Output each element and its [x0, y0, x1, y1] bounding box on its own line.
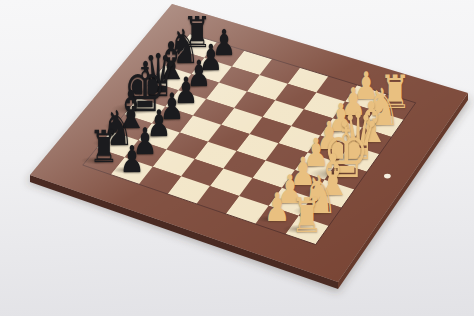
piece-black-pawn[interactable]: ♟: [119, 140, 144, 177]
chess-set-photo: ♜♞♝♛♚♝♞♜♟♟♟♟♟♟♟♟♟♟♟♟♟♟♟♟♜♞♝♛♚♝♞♜: [0, 0, 474, 316]
piece-black-rook[interactable]: ♜: [89, 125, 119, 169]
piece-white-rook[interactable]: ♜: [291, 191, 323, 239]
piece-white-pawn[interactable]: ♟: [264, 188, 291, 228]
pieces-layer: ♜♞♝♛♚♝♞♜♟♟♟♟♟♟♟♟♟♟♟♟♟♟♟♟♜♞♝♛♚♝♞♜: [0, 0, 474, 316]
